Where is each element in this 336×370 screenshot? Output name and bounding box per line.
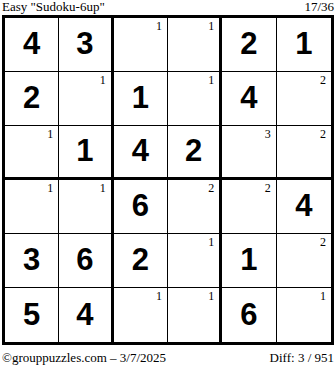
cell-r1c5[interactable]: 2 [222,18,276,72]
cell-r4c6[interactable]: 4 [277,180,331,234]
given-digit: 3 [76,28,93,59]
given-digit: 4 [240,82,257,113]
given-digit: 2 [240,28,257,59]
given-digit: 2 [132,244,149,275]
cell-r1c4[interactable]: 1 [168,18,222,72]
cell-r3c4[interactable]: 2 [168,126,222,180]
cell-r5c2[interactable]: 6 [59,234,113,288]
pencil-mark: 1 [156,20,162,32]
pencil-mark: 2 [320,236,326,248]
cell-r6c6[interactable]: 1 [277,288,331,342]
given-digit: 1 [240,244,257,275]
cell-r1c6[interactable]: 1 [277,18,331,72]
cell-r4c4[interactable]: 2 [168,180,222,234]
pencil-mark: 1 [208,20,214,32]
copyright-text: ©grouppuzzles.com – 3/7/2025 [2,350,166,365]
given-digit: 5 [23,299,40,330]
cell-r6c1[interactable]: 5 [5,288,59,342]
given-digit: 1 [132,82,149,113]
cell-r5c6[interactable]: 2 [277,234,331,288]
puzzle-page: Easy "Sudoku-6up" 17/36 4311212111421142… [0,0,336,370]
given-digit: 4 [23,28,40,59]
cell-r4c1[interactable]: 1 [5,180,59,234]
given-digit: 4 [295,190,312,221]
cell-r3c3[interactable]: 4 [114,126,168,180]
cell-r6c2[interactable]: 4 [59,288,113,342]
pencil-mark: 2 [265,182,271,194]
page-header: Easy "Sudoku-6up" 17/36 [2,0,334,14]
cell-r2c6[interactable]: 2 [277,72,331,126]
cell-r6c5[interactable]: 6 [222,288,276,342]
pencil-mark: 1 [208,74,214,86]
cell-r3c1[interactable]: 1 [5,126,59,180]
given-digit: 1 [76,135,93,166]
given-digit: 4 [132,135,149,166]
puzzle-counter: 17/36 [304,0,334,14]
cell-r6c3[interactable]: 1 [114,288,168,342]
given-digit: 6 [76,244,93,275]
cell-r3c2[interactable]: 1 [59,126,113,180]
cell-r1c1[interactable]: 4 [5,18,59,72]
pencil-mark: 1 [47,128,53,140]
sudoku-grid: 431121211142114232116224362112541161 [5,18,331,342]
given-digit: 3 [23,244,40,275]
pencil-mark: 2 [208,182,214,194]
given-digit: 4 [76,299,93,330]
pencil-mark: 1 [100,182,106,194]
cell-r4c3[interactable]: 6 [114,180,168,234]
cell-r5c4[interactable]: 1 [168,234,222,288]
cell-r2c4[interactable]: 1 [168,72,222,126]
given-digit: 6 [132,190,149,221]
cell-r2c5[interactable]: 4 [222,72,276,126]
pencil-mark: 2 [320,74,326,86]
pencil-mark: 2 [320,128,326,140]
pencil-mark: 1 [100,74,106,86]
cell-r5c5[interactable]: 1 [222,234,276,288]
page-title: Easy "Sudoku-6up" [2,0,105,14]
pencil-mark: 1 [156,290,162,302]
page-footer: ©grouppuzzles.com – 3/7/2025 Diff: 3 / 9… [2,350,334,365]
cell-r5c3[interactable]: 2 [114,234,168,288]
given-digit: 2 [185,135,202,166]
given-digit: 6 [240,299,257,330]
cell-r1c3[interactable]: 1 [114,18,168,72]
cell-r3c6[interactable]: 2 [277,126,331,180]
cell-r2c3[interactable]: 1 [114,72,168,126]
pencil-mark: 1 [47,182,53,194]
cell-r2c1[interactable]: 2 [5,72,59,126]
cell-r3c5[interactable]: 3 [222,126,276,180]
pencil-mark: 1 [208,236,214,248]
pencil-mark: 3 [265,128,271,140]
sudoku-board: 431121211142114232116224362112541161 [2,15,334,345]
given-digit: 2 [23,82,40,113]
difficulty-text: Diff: 3 / 951 [270,350,334,365]
given-digit: 1 [295,28,312,59]
pencil-mark: 1 [320,290,326,302]
cell-r1c2[interactable]: 3 [59,18,113,72]
pencil-mark: 1 [208,290,214,302]
cell-r5c1[interactable]: 3 [5,234,59,288]
cell-r6c4[interactable]: 1 [168,288,222,342]
cell-r4c5[interactable]: 2 [222,180,276,234]
cell-r4c2[interactable]: 1 [59,180,113,234]
cell-r2c2[interactable]: 1 [59,72,113,126]
